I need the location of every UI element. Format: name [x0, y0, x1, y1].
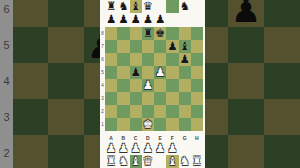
square-b1[interactable]	[117, 118, 129, 131]
square-a3[interactable]	[105, 92, 117, 105]
captured-black-slot-h	[191, 0, 203, 13]
chess-board: ♜♚♟♝♟♟♟♟♚	[105, 27, 203, 131]
background-square	[48, 0, 84, 27]
black-pawn-icon: ♟	[130, 13, 140, 26]
background-square	[264, 27, 300, 63]
background-rank-label: 3	[0, 99, 13, 135]
square-a8[interactable]	[105, 27, 117, 40]
square-e4[interactable]	[154, 79, 166, 92]
square-b6[interactable]	[117, 53, 129, 66]
file-label: H	[191, 135, 203, 141]
square-a6[interactable]	[105, 53, 117, 66]
background-square	[48, 135, 84, 168]
file-label: B	[117, 135, 129, 141]
square-a1[interactable]	[105, 118, 117, 131]
file-label: C	[130, 135, 142, 141]
square-d3[interactable]	[142, 92, 154, 105]
square-e3[interactable]	[154, 92, 166, 105]
white-pawn-icon: ♟	[155, 66, 165, 79]
square-d4[interactable]: ♟	[142, 79, 154, 92]
square-b5[interactable]	[117, 66, 129, 79]
background-square	[12, 27, 48, 63]
square-c4[interactable]	[130, 79, 142, 92]
white-rook-icon: ♜	[106, 155, 116, 168]
background-square	[264, 0, 300, 27]
background-square	[264, 135, 300, 168]
square-b3[interactable]	[117, 92, 129, 105]
square-a4[interactable]	[105, 79, 117, 92]
captured-white-slot-e	[154, 155, 166, 168]
captured-black-slot-g[interactable]: ♞	[179, 0, 191, 13]
video-frame: ♟♟ 65432 ♜♞♝♛♞ ♟♟♟♟♟ 87654321 ♜♚♟♝♟♟♟♟♚ …	[0, 0, 300, 168]
square-h8[interactable]	[191, 27, 203, 40]
file-label: E	[154, 135, 166, 141]
square-a7[interactable]	[105, 40, 117, 53]
background-square	[12, 0, 48, 27]
background-square	[264, 99, 300, 135]
square-e2[interactable]	[154, 105, 166, 118]
square-c5[interactable]: ♟	[130, 66, 142, 79]
white-queen-icon: ♛	[143, 155, 153, 168]
black-knight-icon: ♞	[179, 0, 189, 13]
square-e8[interactable]: ♚	[154, 27, 166, 40]
captured-black-pawn-slot-h	[191, 13, 203, 26]
square-h3[interactable]	[191, 92, 203, 105]
square-b2[interactable]	[117, 105, 129, 118]
background-black-pawn-icon: ♟	[228, 0, 264, 27]
file-label: F	[166, 135, 178, 141]
chess-app-panel: ♜♞♝♛♞ ♟♟♟♟♟ 87654321 ♜♚♟♝♟♟♟♟♚ ABCDEFGH …	[100, 0, 205, 168]
square-a5[interactable]	[105, 66, 117, 79]
background-square	[48, 27, 84, 63]
captured-white-slot-h[interactable]: ♜	[191, 155, 203, 168]
background-square	[48, 99, 84, 135]
captured-black-pawns-row: ♟♟♟♟♟	[105, 13, 203, 26]
black-pawn-icon: ♟	[118, 13, 128, 26]
captured-white-pawn-slot-e[interactable]: ♟	[154, 142, 166, 155]
captured-white-pieces-row: ♜♞♝♛♝♞♜	[105, 155, 203, 168]
square-d8[interactable]: ♜	[142, 27, 154, 40]
captured-white-slot-d[interactable]: ♛	[142, 155, 154, 168]
square-e5[interactable]: ♟	[154, 66, 166, 79]
square-f7[interactable]: ♟	[166, 40, 178, 53]
square-e7[interactable]	[154, 40, 166, 53]
file-label: A	[105, 135, 117, 141]
background-square	[228, 27, 264, 63]
captured-white-slot-g[interactable]: ♞	[179, 155, 191, 168]
background-rank-label: 5	[0, 27, 13, 63]
square-f4[interactable]	[166, 79, 178, 92]
captured-black-pawn-slot-d[interactable]: ♟	[142, 13, 154, 26]
captured-white-slot-f[interactable]: ♝	[166, 155, 178, 168]
square-g4[interactable]	[179, 79, 191, 92]
captured-black-pawn-slot-f	[166, 13, 178, 26]
background-square	[12, 63, 48, 99]
background-square	[12, 135, 48, 168]
square-c7[interactable]	[130, 40, 142, 53]
square-g5[interactable]	[179, 66, 191, 79]
white-knight-icon: ♞	[118, 155, 128, 168]
white-bishop-icon: ♝	[167, 155, 177, 168]
square-h7[interactable]	[191, 40, 203, 53]
square-f6[interactable]	[166, 53, 178, 66]
background-rank-strip: 65432	[0, 0, 13, 168]
background-square	[228, 99, 264, 135]
square-g1[interactable]	[179, 118, 191, 131]
square-f3[interactable]	[166, 92, 178, 105]
captured-white-slot-b[interactable]: ♞	[117, 155, 129, 168]
square-h6[interactable]	[191, 53, 203, 66]
black-pawn-icon: ♟	[130, 66, 140, 79]
captured-black-pawn-slot-g	[179, 13, 191, 26]
captured-white-slot-c[interactable]: ♝	[130, 155, 142, 168]
white-knight-icon: ♞	[179, 155, 189, 168]
background-rank-label: 4	[0, 63, 13, 99]
black-rook-icon: ♜	[143, 27, 153, 40]
black-pawn-icon: ♟	[106, 13, 116, 26]
square-d7[interactable]	[142, 40, 154, 53]
white-bishop-icon: ♝	[130, 155, 140, 168]
captured-black-pawn-slot-a[interactable]: ♟	[105, 13, 117, 26]
square-f2[interactable]	[166, 105, 178, 118]
captured-black-pawn-slot-b[interactable]: ♟	[117, 13, 129, 26]
square-b7[interactable]	[117, 40, 129, 53]
square-g2[interactable]	[179, 105, 191, 118]
black-pawn-icon: ♟	[179, 53, 189, 66]
white-pawn-icon: ♟	[155, 142, 165, 155]
square-c3[interactable]	[130, 92, 142, 105]
background-square	[264, 63, 300, 99]
square-d1[interactable]: ♚	[142, 118, 154, 131]
captured-black-pawn-slot-e[interactable]: ♟	[154, 13, 166, 26]
square-c8[interactable]	[130, 27, 142, 40]
square-f5[interactable]	[166, 66, 178, 79]
black-pawn-icon: ♟	[143, 13, 153, 26]
white-king-icon: ♚	[143, 118, 153, 131]
square-f1[interactable]	[166, 118, 178, 131]
background-square	[12, 99, 48, 135]
captured-white-slot-a[interactable]: ♜	[105, 155, 117, 168]
square-h2[interactable]	[191, 105, 203, 118]
white-rook-icon: ♜	[192, 155, 202, 168]
background-square	[48, 63, 84, 99]
background-rank-label: 2	[0, 135, 13, 168]
background-square	[228, 135, 264, 168]
background-rank-label: 6	[0, 0, 13, 27]
square-g6[interactable]: ♟	[179, 53, 191, 66]
square-c1[interactable]	[130, 118, 142, 131]
captured-black-pawn-slot-c[interactable]: ♟	[130, 13, 142, 26]
square-a2[interactable]	[105, 105, 117, 118]
black-pawn-icon: ♟	[155, 13, 165, 26]
file-label: G	[179, 135, 191, 141]
background-square	[228, 63, 264, 99]
square-h5[interactable]	[191, 66, 203, 79]
square-c2[interactable]	[130, 105, 142, 118]
square-h4[interactable]	[191, 79, 203, 92]
square-g3[interactable]	[179, 92, 191, 105]
square-e1[interactable]	[154, 118, 166, 131]
black-pawn-icon: ♟	[167, 40, 177, 53]
square-h1[interactable]	[191, 118, 203, 131]
white-pawn-icon: ♟	[143, 79, 153, 92]
square-b8[interactable]	[117, 27, 129, 40]
captured-black-slot-f[interactable]	[166, 0, 178, 13]
square-d6[interactable]	[142, 53, 154, 66]
black-king-icon: ♚	[155, 27, 165, 40]
file-label: D	[142, 135, 154, 141]
square-b4[interactable]	[117, 79, 129, 92]
